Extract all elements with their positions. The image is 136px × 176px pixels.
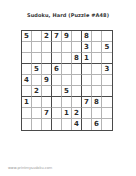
cell-r9c7: [82, 119, 92, 130]
cell-r1c1: 5: [22, 31, 32, 42]
cell-r2c9: 5: [102, 42, 112, 53]
cell-r3c5: [62, 53, 72, 64]
cell-r1c9: [102, 31, 112, 42]
cell-r1c7: 8: [82, 31, 92, 42]
cell-r4c1: [22, 64, 32, 75]
cell-r8c4: [52, 108, 62, 119]
cell-r6c9: [102, 86, 112, 97]
cell-r2c2: [32, 42, 42, 53]
cell-r5c7: [82, 75, 92, 86]
cell-r3c7: 1: [82, 53, 92, 64]
cell-r4c2: 5: [32, 64, 42, 75]
puzzle-page: Sudoku, Hard (Puzzle #A48) 5279835815634…: [0, 0, 136, 176]
cell-r9c9: [102, 119, 112, 130]
cell-r2c8: [92, 42, 102, 53]
cell-r7c4: [52, 97, 62, 108]
cell-r7c8: 8: [92, 97, 102, 108]
cell-r5c2: [32, 75, 42, 86]
cell-r6c5: 5: [62, 86, 72, 97]
cell-r6c7: [82, 86, 92, 97]
cell-r5c6: [72, 75, 82, 86]
cell-r6c6: [72, 86, 82, 97]
puzzle-title: Sudoku, Hard (Puzzle #A48): [0, 12, 136, 18]
sudoku-board: 527983581563492517871246: [21, 30, 113, 131]
cell-r5c5: [62, 75, 72, 86]
cell-r1c3: 2: [42, 31, 52, 42]
cell-r2c3: [42, 42, 52, 53]
cell-r3c3: [42, 53, 52, 64]
cell-r7c6: [72, 97, 82, 108]
cell-r6c3: [42, 86, 52, 97]
cell-r1c4: 7: [52, 31, 62, 42]
cell-r5c1: 4: [22, 75, 32, 86]
cell-r1c5: 9: [62, 31, 72, 42]
cell-r3c9: [102, 53, 112, 64]
cell-r9c4: [52, 119, 62, 130]
cell-r1c6: [72, 31, 82, 42]
cell-r7c1: 1: [22, 97, 32, 108]
cell-r7c3: [42, 97, 52, 108]
cell-r3c6: 8: [72, 53, 82, 64]
cell-r8c7: [82, 108, 92, 119]
cell-r9c3: [42, 119, 52, 130]
cell-r5c8: [92, 75, 102, 86]
cell-r3c2: [32, 53, 42, 64]
cell-r5c3: 9: [42, 75, 52, 86]
cell-r4c8: [92, 64, 102, 75]
cell-r5c4: [52, 75, 62, 86]
footer-url: www.printmysudoku.com: [8, 166, 52, 170]
cell-r8c1: [22, 108, 32, 119]
cell-r9c5: [62, 119, 72, 130]
cell-r7c2: [32, 97, 42, 108]
cell-r4c7: [82, 64, 92, 75]
cell-r8c8: [92, 108, 102, 119]
cell-r9c1: [22, 119, 32, 130]
cell-r3c4: [52, 53, 62, 64]
cell-r7c5: [62, 97, 72, 108]
cell-r9c6: 4: [72, 119, 82, 130]
cell-r5c9: [102, 75, 112, 86]
cell-r1c8: [92, 31, 102, 42]
cell-r3c8: [92, 53, 102, 64]
cell-r6c1: [22, 86, 32, 97]
cell-r2c1: [22, 42, 32, 53]
cell-r3c1: [22, 53, 32, 64]
cell-r8c6: 2: [72, 108, 82, 119]
cell-r8c3: 7: [42, 108, 52, 119]
cell-r7c7: 7: [82, 97, 92, 108]
cell-r6c4: [52, 86, 62, 97]
cell-r1c2: [32, 31, 42, 42]
cell-r8c9: [102, 108, 112, 119]
cell-r8c5: 1: [62, 108, 72, 119]
cell-r4c4: 6: [52, 64, 62, 75]
cell-r6c8: [92, 86, 102, 97]
cell-r4c6: [72, 64, 82, 75]
cell-r6c2: 2: [32, 86, 42, 97]
cell-r2c6: [72, 42, 82, 53]
cell-r4c9: 3: [102, 64, 112, 75]
cell-r7c9: [102, 97, 112, 108]
cell-r8c2: [32, 108, 42, 119]
cell-r9c8: 6: [92, 119, 102, 130]
cell-r2c5: [62, 42, 72, 53]
cell-r4c3: [42, 64, 52, 75]
cell-r2c4: [52, 42, 62, 53]
cell-r2c7: 3: [82, 42, 92, 53]
cell-r9c2: [32, 119, 42, 130]
cell-r4c5: [62, 64, 72, 75]
